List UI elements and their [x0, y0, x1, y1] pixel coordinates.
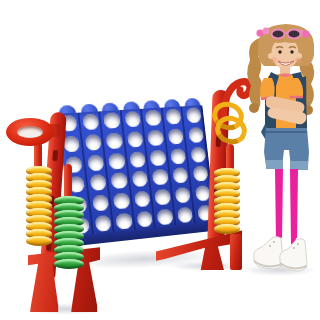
board-cell	[182, 105, 204, 126]
empty-hole	[157, 208, 173, 225]
tights	[275, 169, 283, 242]
empty-hole	[124, 111, 141, 128]
empty-hole	[177, 206, 193, 223]
board-cell	[169, 165, 191, 186]
board-cell	[91, 212, 115, 234]
empty-hole	[155, 189, 171, 206]
board-cell	[84, 152, 108, 174]
yellow-ring	[214, 224, 240, 234]
board-cell	[89, 192, 113, 214]
yellow-ring	[26, 236, 52, 246]
board-cell	[105, 150, 128, 172]
board-cell	[167, 145, 189, 166]
empty-hole	[175, 187, 191, 204]
hoop-hole	[17, 126, 43, 138]
board-cell	[142, 108, 165, 129]
empty-hole	[113, 192, 130, 209]
empty-hole	[82, 114, 99, 131]
empty-hole	[188, 127, 204, 143]
empty-hole	[132, 171, 149, 188]
empty-hole	[165, 109, 181, 125]
board-cell	[154, 206, 177, 228]
empty-hole	[106, 133, 123, 150]
product-photo-scene	[0, 0, 320, 320]
board-cell	[126, 149, 149, 171]
empty-hole	[168, 128, 184, 144]
board-cell	[124, 129, 147, 150]
sneakers	[254, 236, 307, 271]
empty-hole	[147, 130, 163, 146]
board-cell	[185, 125, 207, 146]
board-cell	[103, 130, 126, 152]
board-cell	[121, 109, 144, 130]
empty-hole	[136, 210, 153, 227]
board-cell	[131, 188, 154, 210]
board-cell	[165, 126, 187, 147]
board-cell	[172, 184, 194, 205]
board-cell	[86, 172, 110, 194]
board-cell	[79, 111, 103, 133]
board-cell	[112, 210, 135, 232]
board-cell	[81, 132, 105, 154]
empty-hole	[116, 212, 133, 229]
empty-hole	[94, 214, 111, 231]
board-cell	[162, 106, 184, 127]
empty-hole	[127, 131, 144, 148]
empty-hole	[186, 107, 202, 123]
empty-hole	[89, 174, 106, 191]
empty-hole	[190, 146, 206, 162]
ring-stack-yellow-left	[26, 166, 52, 246]
empty-hole	[150, 149, 166, 166]
empty-hole	[134, 191, 151, 208]
board-cell	[151, 186, 174, 208]
board-cell	[144, 127, 167, 148]
board-cell	[147, 147, 170, 168]
board-cell	[187, 144, 209, 165]
board-cell	[149, 167, 172, 188]
board-cell	[133, 208, 156, 230]
board-cell	[189, 163, 211, 184]
empty-hole	[85, 134, 102, 151]
empty-hole	[111, 172, 128, 189]
board-cell	[110, 190, 133, 212]
ring-stack-yellow-right	[214, 168, 240, 234]
board-cell	[174, 204, 196, 226]
ring-stack-green	[54, 196, 84, 269]
ring-toss-hoop	[6, 118, 54, 146]
empty-hole	[192, 166, 208, 182]
empty-hole	[152, 169, 168, 186]
empty-hole	[108, 153, 125, 170]
board-cell	[107, 170, 130, 192]
board-cell	[128, 168, 151, 190]
board-top-scallops	[56, 98, 201, 106]
empty-hole	[92, 194, 109, 211]
empty-hole	[103, 112, 120, 129]
green-ring	[54, 259, 84, 269]
empty-hole	[172, 167, 188, 183]
child-figure	[238, 20, 320, 276]
empty-hole	[170, 148, 186, 164]
empty-hole	[145, 110, 162, 126]
board-cell	[100, 110, 123, 131]
empty-hole	[63, 135, 81, 152]
empty-hole	[87, 154, 104, 171]
empty-hole	[129, 151, 146, 168]
